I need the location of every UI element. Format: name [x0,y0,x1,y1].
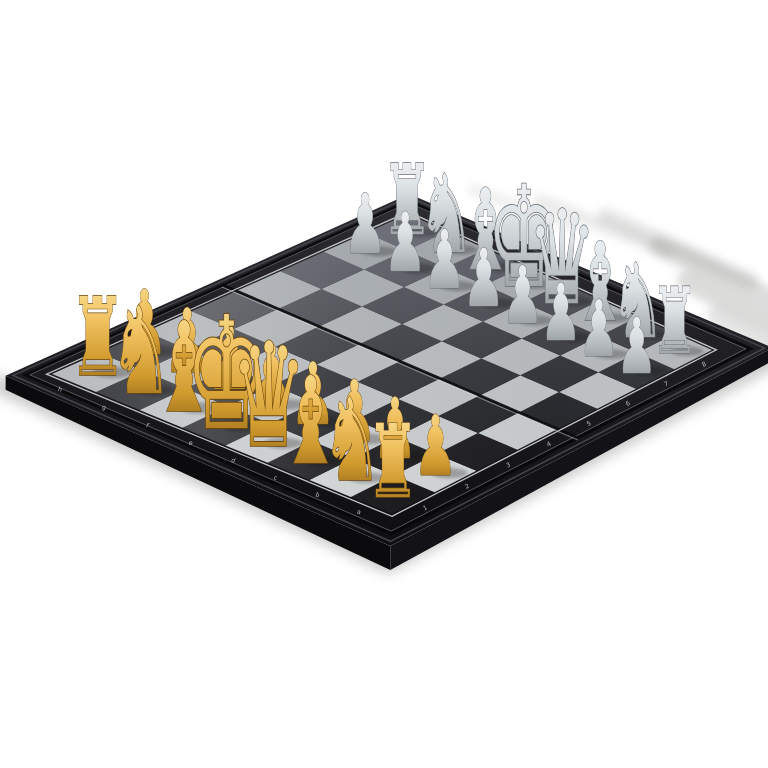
piece-gold-pawn-a2: ♟ [413,397,457,494]
piece-silver-rook-a8: ♜ [651,268,699,375]
piece-silver-pawn-e7: ♟ [462,231,505,325]
piece-silver-pawn-d7: ♟ [501,248,543,341]
chessboard: 12345678abcdefgh♜♞♟♝♟♚♟♛♟♝♟♞♟♟♜♟♟♟♜♟♞♟♝♟… [0,0,768,768]
piece-silver-pawn-a7: ♟ [616,301,657,391]
piece-silver-pawn-b7: ♟ [578,283,619,374]
piece-gold-rook-a1: ♜ [366,403,420,521]
piece-silver-pawn-c7: ♟ [540,266,582,357]
product-photo: 12345678abcdefgh♜♞♟♝♟♚♟♛♟♝♟♞♟♟♜♟♟♟♜♟♞♟♝♟… [0,0,768,768]
piece-silver-pawn-h7: ♟ [343,177,387,273]
piece-silver-pawn-g7: ♟ [383,195,426,290]
piece-silver-pawn-f7: ♟ [423,213,466,308]
